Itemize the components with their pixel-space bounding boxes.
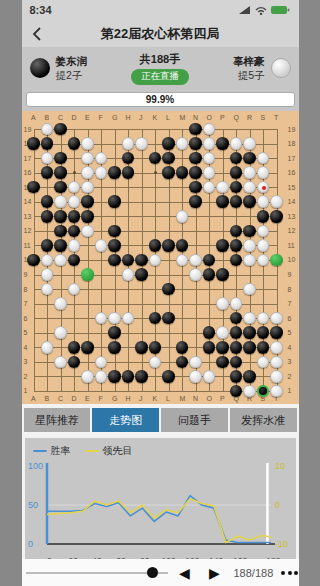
stone-black: [135, 254, 148, 267]
coord-number-left: 2: [24, 373, 28, 380]
coord-number-left: 11: [24, 242, 31, 249]
stone-white: [54, 356, 67, 369]
total-moves: 共188手: [140, 52, 180, 67]
stone-black: [230, 254, 243, 267]
stone-white: [257, 195, 270, 208]
stone-black: [41, 166, 54, 179]
legend-label: 胜率: [51, 444, 71, 458]
green-recommended-stone: [270, 254, 283, 267]
stone-black: [230, 152, 243, 165]
coord-number-right: 12: [288, 227, 296, 234]
coord-letter-top: T: [274, 114, 278, 121]
stone-white: [203, 123, 216, 136]
stone-white: [81, 225, 94, 238]
stone-white: [95, 312, 108, 325]
stone-black: [257, 326, 270, 339]
coord-number-right: 7: [288, 300, 292, 307]
stone-white: [257, 239, 270, 252]
stone-black: [162, 283, 175, 296]
stone-black: [68, 210, 81, 223]
coord-number-right: 8: [288, 286, 292, 293]
stone-white: [95, 152, 108, 165]
stone-black: [27, 137, 40, 150]
stone-black: [149, 239, 162, 252]
stone-white: [95, 370, 108, 383]
more-options-button[interactable]: [281, 571, 298, 575]
stone-white: [95, 356, 108, 369]
stone-white: [122, 312, 135, 325]
legend-line-swatch: [33, 450, 47, 453]
coord-number-left: 3: [24, 358, 28, 365]
stone-black: [216, 268, 229, 281]
coord-letter-bottom: C: [58, 395, 63, 402]
coord-letter-top: J: [139, 114, 143, 121]
stone-black: [189, 181, 202, 194]
stone-black: [216, 341, 229, 354]
stone-black: [54, 166, 67, 179]
white-player-stone-icon: [271, 58, 291, 78]
stone-white: [257, 225, 270, 238]
coord-number-right: 14: [288, 198, 296, 205]
stone-white: [81, 137, 94, 150]
slider-knob[interactable]: [147, 567, 158, 578]
status-bar: 8:34: [22, 0, 299, 20]
grid-line-h: [34, 275, 277, 276]
players-bar: 姜东润 提2子 共188手 正在直播 辜梓豪 提5子: [22, 47, 299, 89]
coord-letter-bottom: K: [153, 395, 158, 402]
stone-black: [270, 326, 283, 339]
stone-black: [108, 326, 121, 339]
stone-black: [54, 152, 67, 165]
stone-white: [270, 195, 283, 208]
stone-black: [149, 341, 162, 354]
prev-move-button[interactable]: ◀: [170, 565, 200, 581]
signal-icon: [238, 1, 251, 19]
stone-black: [54, 123, 67, 136]
trend-chart: 100500100-10: [25, 460, 296, 552]
red-move-marker: [262, 186, 267, 191]
coord-number-right: 5: [288, 329, 292, 336]
stone-white: [149, 254, 162, 267]
stone-white: [68, 283, 81, 296]
stone-black: [243, 326, 256, 339]
stone-black: [230, 326, 243, 339]
stone-black: [230, 385, 243, 398]
stone-black: [41, 137, 54, 150]
stone-black: [122, 254, 135, 267]
stone-black: [149, 312, 162, 325]
stone-white: [149, 356, 162, 369]
stone-black: [68, 137, 81, 150]
stone-white: [41, 152, 54, 165]
stone-black: [270, 210, 283, 223]
legend-label: 领先目: [103, 444, 133, 458]
coord-letter-bottom: J: [139, 395, 143, 402]
stone-black: [230, 370, 243, 383]
stone-black: [176, 239, 189, 252]
stone-white: [257, 152, 270, 165]
next-move-button[interactable]: ▶: [200, 565, 230, 581]
stone-black: [108, 254, 121, 267]
svg-text:50: 50: [28, 500, 38, 510]
stone-white: [257, 312, 270, 325]
stone-white: [203, 181, 216, 194]
stone-white: [81, 181, 94, 194]
coord-letter-top: F: [99, 114, 103, 121]
stone-white: [54, 254, 67, 267]
stone-black: [81, 195, 94, 208]
stone-black: [230, 312, 243, 325]
stone-white: [81, 370, 94, 383]
white-player-name: 辜梓豪: [233, 54, 265, 68]
stone-white: [216, 297, 229, 310]
stone-white: [216, 181, 229, 194]
coord-number-right: 16: [288, 169, 296, 176]
page-title: 第22届农心杯第四局: [22, 25, 299, 43]
go-board[interactable]: AABBCCDDEEFFGGHHJJKKLLMMNNOOPPQQRRSSTT19…: [22, 111, 299, 404]
coord-number-left: 13: [24, 213, 32, 220]
coord-letter-top: C: [58, 114, 63, 121]
stone-white: [176, 254, 189, 267]
coord-letter-top: G: [112, 114, 117, 121]
coord-letter-top: L: [166, 114, 170, 121]
nav-bar: 第22届农心杯第四局: [22, 20, 299, 47]
black-player-stone-icon: [30, 58, 50, 78]
stone-black: [122, 370, 135, 383]
legend-item: 领先目: [85, 444, 133, 458]
stone-white: [135, 137, 148, 150]
coord-letter-bottom: D: [72, 395, 77, 402]
winrate-progress-wrap: 99.9%: [22, 89, 299, 111]
stone-black: [68, 225, 81, 238]
stone-black: [243, 195, 256, 208]
coord-letter-top: E: [85, 114, 90, 121]
stone-black: [203, 254, 216, 267]
stone-white: [270, 370, 283, 383]
stone-white: [41, 283, 54, 296]
black-captured-count: 提2子: [56, 68, 88, 82]
stone-black: [216, 195, 229, 208]
coord-number-left: 8: [24, 286, 28, 293]
svg-text:0: 0: [28, 539, 33, 549]
stone-black: [54, 225, 67, 238]
stone-black: [27, 181, 40, 194]
stone-white: [41, 123, 54, 136]
stone-black: [135, 268, 148, 281]
coord-number-right: 4: [288, 344, 292, 351]
stone-white: [95, 166, 108, 179]
coord-letter-bottom: E: [85, 395, 90, 402]
stone-black: [230, 166, 243, 179]
coord-number-right: 2: [288, 373, 292, 380]
coord-number-right: 17: [288, 155, 296, 162]
stone-black: [203, 326, 216, 339]
coord-number-right: 3: [288, 358, 292, 365]
stone-black: [54, 181, 67, 194]
stone-white: [68, 181, 81, 194]
stone-black: [189, 137, 202, 150]
stone-black: [108, 166, 121, 179]
coord-letter-top: R: [247, 114, 252, 121]
legend-item: 胜率: [33, 444, 71, 458]
coord-letter-bottom: N: [193, 395, 198, 402]
stone-white: [270, 341, 283, 354]
stone-black: [135, 370, 148, 383]
coord-letter-top: O: [207, 114, 212, 121]
stone-black: [176, 356, 189, 369]
stone-white: [189, 254, 202, 267]
stone-white: [122, 268, 135, 281]
stone-white: [176, 210, 189, 223]
stone-white: [243, 385, 256, 398]
tab-0[interactable]: 星阵推荐: [24, 408, 91, 432]
chart-legend: 胜率领先目: [25, 442, 296, 460]
stone-white: [189, 370, 202, 383]
chart-zone: 胜率领先目 100500100-10 020406080100120140160…: [22, 436, 299, 574]
coord-number-right: 11: [288, 242, 295, 249]
stone-black: [243, 152, 256, 165]
stone-black: [216, 356, 229, 369]
coord-number-left: 17: [24, 155, 32, 162]
clock: 8:34: [30, 4, 52, 16]
stone-black: [230, 225, 243, 238]
coord-letter-bottom: M: [180, 395, 186, 402]
stone-black: [108, 195, 121, 208]
coord-letter-top: K: [153, 114, 158, 121]
stone-black: [176, 341, 189, 354]
coord-letter-bottom: H: [126, 395, 131, 402]
tab-1[interactable]: 走势图: [92, 408, 159, 432]
stone-black: [176, 166, 189, 179]
stone-white: [243, 283, 256, 296]
live-badge: 正在直播: [131, 69, 189, 85]
stone-black: [230, 239, 243, 252]
stone-black: [41, 195, 54, 208]
coord-letter-bottom: P: [220, 395, 225, 402]
stone-white: [54, 297, 67, 310]
stone-white: [68, 239, 81, 252]
stone-black: [162, 370, 175, 383]
stone-white: [257, 254, 270, 267]
stone-white: [203, 370, 216, 383]
stone-black: [243, 225, 256, 238]
coord-letter-top: A: [31, 114, 36, 121]
stone-white: [216, 326, 229, 339]
stone-black: [41, 210, 54, 223]
stone-black: [54, 210, 67, 223]
tabs-row: 星阵推荐走势图问题手发挥水准: [22, 404, 299, 436]
stone-white: [108, 312, 121, 325]
stone-black: [108, 225, 121, 238]
stone-black: [216, 137, 229, 150]
coord-number-left: 5: [24, 329, 28, 336]
stone-white: [81, 152, 94, 165]
stone-white: [54, 195, 67, 208]
move-counter: 188/188: [234, 567, 274, 579]
stone-black: [41, 239, 54, 252]
coord-number-left: 9: [24, 271, 28, 278]
stone-black: [189, 123, 202, 136]
stone-white: [41, 254, 54, 267]
stone-black: [162, 239, 175, 252]
green-recommended-stone: [81, 268, 94, 281]
stone-white: [243, 166, 256, 179]
coord-letter-bottom: F: [99, 395, 103, 402]
star-point: [73, 171, 76, 174]
coord-number-right: 1: [288, 387, 292, 394]
stone-black: [162, 137, 175, 150]
coord-letter-top: S: [261, 114, 266, 121]
coord-letter-bottom: G: [112, 395, 117, 402]
stone-black: [230, 195, 243, 208]
stone-white: [203, 166, 216, 179]
coord-letter-top: Q: [234, 114, 239, 121]
stone-white: [41, 341, 54, 354]
coord-number-left: 16: [24, 169, 32, 176]
coord-number-left: 7: [24, 300, 28, 307]
coord-number-left: 19: [24, 126, 32, 133]
coord-number-left: 12: [24, 227, 32, 234]
battery-icon: [271, 1, 291, 19]
coord-number-left: 1: [24, 387, 28, 394]
stone-black: [122, 152, 135, 165]
stone-black: [68, 254, 81, 267]
stone-black: [203, 268, 216, 281]
stone-black: [243, 341, 256, 354]
move-slider[interactable]: [22, 559, 170, 586]
coord-letter-bottom: A: [31, 395, 36, 402]
stone-white: [95, 239, 108, 252]
stone-black: [189, 166, 202, 179]
stone-white: [270, 312, 283, 325]
stone-black: [230, 341, 243, 354]
app-screen: 8:34 第22届农心杯第四局 姜东润 提2子 共188手 正在直播 辜梓豪 提…: [22, 0, 299, 586]
winrate-progress-bar: 99.9%: [26, 92, 295, 107]
stone-black: [162, 166, 175, 179]
stone-white: [270, 356, 283, 369]
coord-letter-top: H: [126, 114, 131, 121]
stone-black: [149, 152, 162, 165]
white-captured-count: 提5子: [233, 68, 265, 82]
coord-number-right: 9: [288, 271, 292, 278]
coord-letter-top: D: [72, 114, 77, 121]
stone-white: [257, 356, 270, 369]
coord-letter-bottom: L: [166, 395, 170, 402]
svg-text:10: 10: [275, 461, 285, 471]
stone-white: [230, 137, 243, 150]
stone-white: [122, 137, 135, 150]
stone-white: [176, 137, 189, 150]
stone-black: [68, 356, 81, 369]
coord-letter-top: P: [220, 114, 225, 121]
stone-black: [54, 239, 67, 252]
stone-white: [230, 297, 243, 310]
stone-black: [122, 166, 135, 179]
coord-number-left: 6: [24, 315, 28, 322]
coord-number-right: 13: [288, 213, 296, 220]
stone-white: [189, 356, 202, 369]
stone-white: [257, 166, 270, 179]
coord-letter-bottom: B: [45, 395, 50, 402]
stone-black: [243, 370, 256, 383]
stone-white: [203, 152, 216, 165]
playback-bar: ◀ ▶ 188/188: [22, 559, 299, 586]
stone-white: [189, 268, 202, 281]
stone-white: [243, 137, 256, 150]
stone-white: [243, 239, 256, 252]
stone-black: [189, 195, 202, 208]
coord-number-right: 10: [288, 256, 296, 263]
coord-letter-top: B: [45, 114, 50, 121]
stone-white: [243, 181, 256, 194]
svg-text:0: 0: [275, 500, 280, 510]
stone-white: [81, 166, 94, 179]
stone-black: [135, 341, 148, 354]
coord-number-left: 4: [24, 344, 28, 351]
stone-black-last-move: [257, 385, 270, 398]
stone-black: [68, 341, 81, 354]
stone-black: [203, 341, 216, 354]
stone-black: [81, 341, 94, 354]
coord-number-right: 18: [288, 140, 296, 147]
stone-black: [81, 210, 94, 223]
stone-white: [270, 385, 283, 398]
stone-white: [68, 195, 81, 208]
coord-number-right: 19: [288, 126, 296, 133]
stone-white: [203, 137, 216, 150]
stone-black: [257, 210, 270, 223]
stone-black: [216, 239, 229, 252]
black-player-name: 姜东润: [56, 54, 88, 68]
coord-number-left: 14: [24, 198, 32, 205]
tab-3[interactable]: 发挥水准: [230, 408, 297, 432]
stone-black: [162, 312, 175, 325]
coord-letter-top: M: [180, 114, 186, 121]
tab-2[interactable]: 问题手: [161, 408, 228, 432]
svg-text:-10: -10: [275, 539, 288, 549]
stone-black: [230, 181, 243, 194]
coord-letter-bottom: O: [207, 395, 212, 402]
coord-letter-top: N: [193, 114, 198, 121]
wifi-icon: [254, 1, 268, 19]
stone-black: [108, 370, 121, 383]
stone-black: [108, 239, 121, 252]
coord-number-right: 15: [288, 184, 296, 191]
stone-black: [108, 341, 121, 354]
stone-black: [230, 356, 243, 369]
trend-chart-panel: 胜率领先目 100500100-10 020406080100120140160…: [25, 438, 296, 570]
stone-white: [41, 268, 54, 281]
legend-line-swatch: [85, 450, 99, 453]
svg-text:100: 100: [28, 461, 43, 471]
stone-black: [257, 341, 270, 354]
stone-black: [189, 152, 202, 165]
stone-white-red-dot: [257, 181, 270, 194]
stone-white: [54, 326, 67, 339]
star-point: [154, 171, 157, 174]
coord-number-right: 6: [288, 315, 292, 322]
stone-black: [162, 152, 175, 165]
stone-white: [243, 312, 256, 325]
stone-black: [27, 254, 40, 267]
stone-white: [243, 254, 256, 267]
